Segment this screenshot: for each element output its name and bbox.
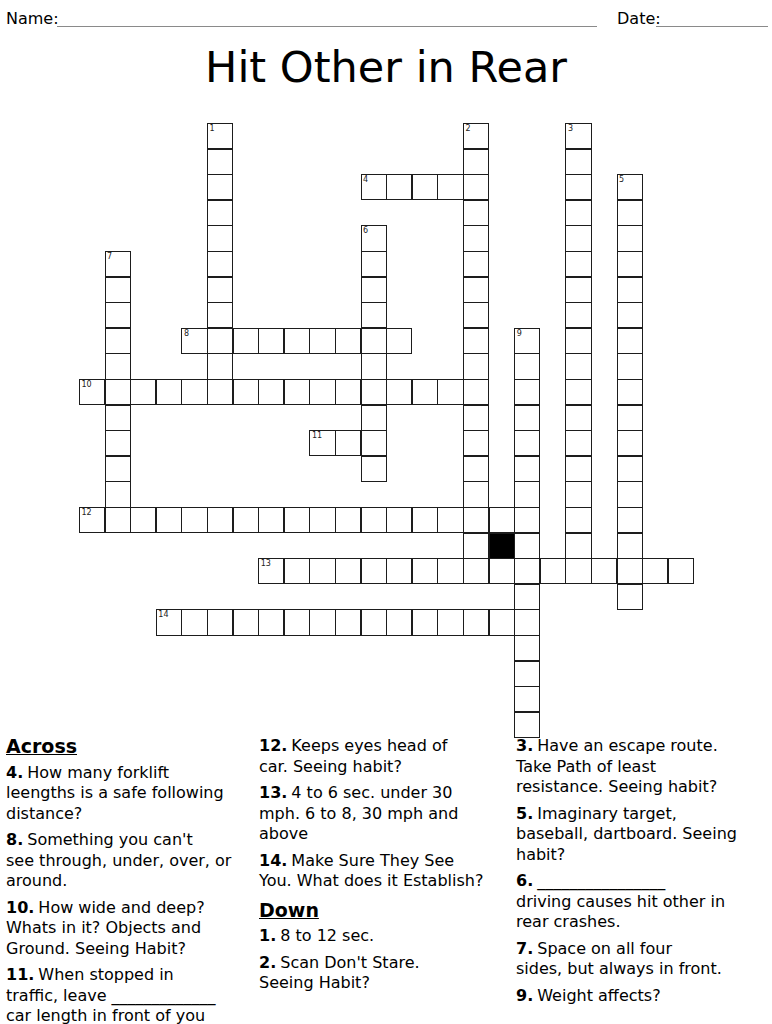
grid-cell[interactable]: 9 xyxy=(514,328,540,354)
grid-cell[interactable] xyxy=(207,379,233,405)
grid-cell[interactable] xyxy=(617,200,643,226)
clue-across-10: 10.How wide and deep? Whats in it? Objec… xyxy=(6,898,258,960)
grid-cell[interactable] xyxy=(617,507,643,533)
clue-text: 8 to 12 sec. xyxy=(280,926,374,945)
grid-cell[interactable] xyxy=(335,379,361,405)
grid-cell[interactable] xyxy=(105,481,131,507)
grid-cell[interactable] xyxy=(386,507,412,533)
grid-cell[interactable] xyxy=(617,533,643,559)
grid-cell[interactable] xyxy=(233,328,259,354)
grid-cell[interactable] xyxy=(463,302,489,328)
clue-across-8: 8.Something you can't see through, under… xyxy=(6,830,258,892)
clue-text: How wide and deep? Whats in it? Objects … xyxy=(6,898,205,958)
grid-cell[interactable]: 3 xyxy=(565,123,591,149)
name-input-line[interactable] xyxy=(57,10,597,27)
grid-cell[interactable] xyxy=(412,174,438,200)
clue-across-13: 13.4 to 6 sec. under 30 mph. 6 to 8, 30 … xyxy=(259,783,514,845)
grid-cell[interactable] xyxy=(565,225,591,251)
clue-down-9: 9.Weight affects? xyxy=(516,986,772,1007)
grid-cell[interactable] xyxy=(565,507,591,533)
grid-cell[interactable] xyxy=(233,507,259,533)
grid-cell[interactable] xyxy=(617,481,643,507)
clue-text: Keeps eyes head of car. Seeing habit? xyxy=(259,736,447,776)
clue-number: 12. xyxy=(259,736,287,755)
grid-cell[interactable]: 4 xyxy=(361,174,387,200)
grid-cell[interactable]: 12 xyxy=(79,507,105,533)
grid-cell[interactable]: 2 xyxy=(463,123,489,149)
grid-cell[interactable] xyxy=(335,558,361,584)
clue-down-7: 7.Space on all four sides, but always in… xyxy=(516,939,772,980)
grid-cell[interactable] xyxy=(105,405,131,431)
clue-number-11: 11 xyxy=(312,431,322,440)
grid-cell[interactable] xyxy=(642,558,668,584)
grid-cell[interactable] xyxy=(105,430,131,456)
grid-cell[interactable] xyxy=(284,328,310,354)
grid-cell[interactable] xyxy=(386,609,412,635)
grid-cell[interactable] xyxy=(309,507,335,533)
grid-cell[interactable] xyxy=(181,507,207,533)
grid-cell[interactable] xyxy=(489,609,515,635)
grid-cell[interactable] xyxy=(617,430,643,456)
grid-cell[interactable] xyxy=(207,302,233,328)
grid-cell[interactable] xyxy=(514,609,540,635)
clue-number-2: 2 xyxy=(466,124,471,133)
grid-cell[interactable] xyxy=(463,456,489,482)
grid-cell[interactable] xyxy=(514,533,540,559)
clue-text: Something you can't see through, under, … xyxy=(6,830,231,890)
clue-number-3: 3 xyxy=(568,124,573,133)
grid-cell[interactable] xyxy=(361,405,387,431)
grid-cell[interactable] xyxy=(412,507,438,533)
grid-cell[interactable] xyxy=(361,507,387,533)
grid-cell[interactable] xyxy=(514,661,540,687)
grid-cell[interactable] xyxy=(617,302,643,328)
grid-cell[interactable] xyxy=(565,481,591,507)
clue-number: 7. xyxy=(516,939,533,958)
clue-down-6: 6.________________ driving causes hit ot… xyxy=(516,871,772,933)
clue-down-3: 3.Have an escape route. Take Path of lea… xyxy=(516,736,772,798)
worksheet-page: Name: Date: Hit Other in Rear 1234567891… xyxy=(0,0,772,1024)
clue-number-9: 9 xyxy=(517,329,522,338)
crossword-grid: 1234567891011121314 xyxy=(79,123,694,738)
grid-cell[interactable] xyxy=(617,405,643,431)
grid-cell[interactable] xyxy=(207,353,233,379)
grid-cell[interactable]: 6 xyxy=(361,225,387,251)
date-input-line[interactable] xyxy=(656,10,768,27)
clue-number: 8. xyxy=(6,830,23,849)
grid-cell[interactable] xyxy=(130,507,156,533)
grid-cell[interactable] xyxy=(514,353,540,379)
grid-cell[interactable] xyxy=(130,379,156,405)
clue-number: 5. xyxy=(516,804,533,823)
grid-cell[interactable] xyxy=(463,353,489,379)
grid-cell[interactable] xyxy=(207,200,233,226)
grid-cell[interactable] xyxy=(361,558,387,584)
grid-cell[interactable] xyxy=(463,558,489,584)
grid-cell[interactable] xyxy=(207,277,233,303)
grid-cell[interactable]: 7 xyxy=(105,251,131,277)
grid-cell[interactable] xyxy=(437,609,463,635)
grid-cell[interactable] xyxy=(463,174,489,200)
clue-across-14: 14.Make Sure They See You. What does it … xyxy=(259,851,514,892)
grid-cell[interactable] xyxy=(105,277,131,303)
grid-cell[interactable]: 1 xyxy=(207,123,233,149)
grid-cell[interactable] xyxy=(591,558,617,584)
grid-cell[interactable] xyxy=(386,174,412,200)
clue-text: Space on all four sides, but always in f… xyxy=(516,939,722,979)
grid-cell[interactable] xyxy=(412,558,438,584)
clue-down-5: 5.Imaginary target, baseball, dartboard.… xyxy=(516,804,772,866)
grid-cell[interactable] xyxy=(361,302,387,328)
clue-number-12: 12 xyxy=(82,508,92,517)
grid-cell[interactable]: 8 xyxy=(181,328,207,354)
clue-across-12: 12.Keeps eyes head of car. Seeing habit? xyxy=(259,736,514,777)
grid-cell[interactable] xyxy=(309,379,335,405)
grid-cell[interactable]: 14 xyxy=(156,609,182,635)
clue-text: ________________ driving causes hit othe… xyxy=(516,871,725,931)
clue-text: Make Sure They See You. What does it Est… xyxy=(259,851,483,891)
grid-cell[interactable] xyxy=(617,277,643,303)
grid-cell[interactable] xyxy=(617,456,643,482)
grid-cell[interactable] xyxy=(617,379,643,405)
grid-cell[interactable] xyxy=(463,328,489,354)
grid-cell[interactable] xyxy=(565,277,591,303)
grid-cell[interactable] xyxy=(463,277,489,303)
grid-cell[interactable] xyxy=(258,507,284,533)
grid-cell[interactable] xyxy=(181,609,207,635)
grid-cell[interactable] xyxy=(207,609,233,635)
grid-cell[interactable] xyxy=(565,558,591,584)
grid-cell[interactable] xyxy=(565,149,591,175)
grid-cell[interactable] xyxy=(514,635,540,661)
grid-cell[interactable] xyxy=(156,507,182,533)
grid-cell[interactable] xyxy=(361,328,387,354)
grid-cell[interactable] xyxy=(514,712,540,738)
grid-cell[interactable] xyxy=(361,430,387,456)
grid-cell[interactable] xyxy=(565,379,591,405)
grid-cell[interactable] xyxy=(514,584,540,610)
clue-down-1: 1.8 to 12 sec. xyxy=(259,926,514,947)
grid-cell[interactable] xyxy=(258,328,284,354)
clue-number-8: 8 xyxy=(184,329,189,338)
grid-cell[interactable] xyxy=(207,251,233,277)
grid-cell[interactable] xyxy=(514,558,540,584)
grid-cell[interactable] xyxy=(463,251,489,277)
clue-text: 4 to 6 sec. under 30 mph. 6 to 8, 30 mph… xyxy=(259,783,458,843)
grid-cell[interactable] xyxy=(335,507,361,533)
grid-cell[interactable] xyxy=(335,609,361,635)
grid-cell[interactable] xyxy=(284,609,310,635)
grid-cell[interactable] xyxy=(565,174,591,200)
grid-cell[interactable] xyxy=(309,558,335,584)
clue-text: Weight affects? xyxy=(537,986,660,1005)
grid-cell[interactable] xyxy=(233,379,259,405)
clue-column-left: Across 4.How many forklift leengths is a… xyxy=(6,736,258,1024)
grid-cell[interactable] xyxy=(284,507,310,533)
grid-cell[interactable] xyxy=(565,430,591,456)
grid-cell[interactable] xyxy=(284,558,310,584)
grid-cell[interactable] xyxy=(207,507,233,533)
grid-cell[interactable]: 13 xyxy=(258,558,284,584)
grid-cell[interactable] xyxy=(565,302,591,328)
grid-cell[interactable] xyxy=(617,251,643,277)
grid-cell[interactable] xyxy=(463,405,489,431)
clue-number-10: 10 xyxy=(82,380,92,389)
grid-cell[interactable] xyxy=(463,149,489,175)
clue-number-6: 6 xyxy=(363,226,368,235)
grid-cell[interactable] xyxy=(258,379,284,405)
grid-cell[interactable] xyxy=(463,533,489,559)
grid-cell[interactable] xyxy=(207,174,233,200)
grid-cell[interactable] xyxy=(105,353,131,379)
clue-number-5: 5 xyxy=(619,175,624,184)
grid-cell[interactable] xyxy=(207,225,233,251)
date-label: Date: xyxy=(617,9,661,28)
grid-cell[interactable] xyxy=(514,686,540,712)
clue-number: 9. xyxy=(516,986,533,1005)
clue-number: 3. xyxy=(516,736,533,755)
grid-cell[interactable] xyxy=(514,456,540,482)
grid-cell[interactable] xyxy=(335,430,361,456)
grid-cell[interactable] xyxy=(361,251,387,277)
grid-cell[interactable] xyxy=(181,379,207,405)
clue-number: 1. xyxy=(259,926,276,945)
grid-cell[interactable] xyxy=(412,609,438,635)
grid-cell[interactable] xyxy=(617,225,643,251)
across-header: Across xyxy=(6,736,258,757)
puzzle-title: Hit Other in Rear xyxy=(0,42,772,92)
clue-number-4: 4 xyxy=(363,175,368,184)
down-header: Down xyxy=(259,900,514,921)
grid-cell[interactable] xyxy=(617,584,643,610)
grid-cell[interactable] xyxy=(463,507,489,533)
clue-text: How many forklift leengths is a safe fol… xyxy=(6,763,224,823)
grid-cell[interactable] xyxy=(514,481,540,507)
grid-cell[interactable] xyxy=(514,379,540,405)
grid-cell[interactable] xyxy=(437,379,463,405)
grid-cell[interactable] xyxy=(335,328,361,354)
grid-cell[interactable] xyxy=(386,379,412,405)
grid-cell[interactable] xyxy=(489,507,515,533)
clue-number: 4. xyxy=(6,763,23,782)
grid-cell[interactable] xyxy=(361,609,387,635)
clue-number-14: 14 xyxy=(158,610,168,619)
clue-column-middle: 12.Keeps eyes head of car. Seeing habit?… xyxy=(259,736,514,1000)
grid-cell[interactable] xyxy=(156,379,182,405)
grid-cell[interactable] xyxy=(514,430,540,456)
grid-cell[interactable] xyxy=(463,481,489,507)
grid-cell[interactable] xyxy=(463,200,489,226)
grid-cell[interactable] xyxy=(540,558,566,584)
grid-cell[interactable] xyxy=(105,456,131,482)
grid-cell[interactable] xyxy=(105,328,131,354)
clue-number: 10. xyxy=(6,898,34,917)
clue-column-right: 3.Have an escape route. Take Path of lea… xyxy=(516,736,772,1012)
grid-cell[interactable] xyxy=(514,507,540,533)
clue-number: 6. xyxy=(516,871,533,890)
grid-cell[interactable]: 5 xyxy=(617,174,643,200)
clue-across-4: 4.How many forklift leengths is a safe f… xyxy=(6,763,258,825)
grid-cell[interactable] xyxy=(463,379,489,405)
grid-cell[interactable] xyxy=(565,405,591,431)
grid-cell[interactable] xyxy=(207,149,233,175)
grid-cell[interactable] xyxy=(105,379,131,405)
grid-cell[interactable] xyxy=(309,609,335,635)
grid-cell[interactable] xyxy=(489,558,515,584)
grid-cell[interactable] xyxy=(361,379,387,405)
grid-cell[interactable] xyxy=(514,405,540,431)
clue-text: When stopped in traffic, leave _________… xyxy=(6,965,216,1024)
grid-cell[interactable] xyxy=(565,353,591,379)
grid-cell[interactable] xyxy=(105,302,131,328)
grid-cell[interactable] xyxy=(437,558,463,584)
grid-cell[interactable] xyxy=(437,174,463,200)
grid-cell[interactable] xyxy=(463,225,489,251)
grid-cell[interactable] xyxy=(361,277,387,303)
clue-number: 2. xyxy=(259,953,276,972)
grid-cell[interactable] xyxy=(565,251,591,277)
clue-number-1: 1 xyxy=(210,124,215,133)
grid-cell[interactable] xyxy=(105,507,131,533)
grid-cell[interactable] xyxy=(386,558,412,584)
clue-number: 14. xyxy=(259,851,287,870)
grid-cell[interactable]: 11 xyxy=(309,430,335,456)
black-cell xyxy=(489,533,515,559)
clue-text: Imaginary target, baseball, dartboard. S… xyxy=(516,804,737,864)
clue-down-2: 2.Scan Don't Stare. Seeing Habit? xyxy=(259,953,514,994)
grid-cell[interactable] xyxy=(258,609,284,635)
grid-cell[interactable] xyxy=(668,558,694,584)
grid-cell[interactable] xyxy=(565,456,591,482)
clue-text: Have an escape route. Take Path of least… xyxy=(516,736,718,796)
grid-cell[interactable] xyxy=(617,353,643,379)
clue-number-7: 7 xyxy=(107,252,112,261)
grid-cell[interactable] xyxy=(565,328,591,354)
grid-cell[interactable] xyxy=(233,609,259,635)
clue-across-11: 11.When stopped in traffic, leave ______… xyxy=(6,965,258,1024)
grid-cell[interactable] xyxy=(284,379,310,405)
grid-cell[interactable] xyxy=(565,533,591,559)
grid-cell[interactable] xyxy=(412,379,438,405)
grid-cell[interactable] xyxy=(437,507,463,533)
grid-cell[interactable] xyxy=(309,328,335,354)
grid-cell[interactable] xyxy=(386,328,412,354)
name-label: Name: xyxy=(6,9,59,28)
clue-text: Scan Don't Stare. Seeing Habit? xyxy=(259,953,420,993)
grid-cell[interactable] xyxy=(617,558,643,584)
grid-cell[interactable] xyxy=(361,353,387,379)
grid-cell[interactable] xyxy=(617,328,643,354)
grid-cell[interactable] xyxy=(463,430,489,456)
grid-cell[interactable] xyxy=(565,200,591,226)
grid-cell[interactable] xyxy=(207,328,233,354)
grid-cell[interactable] xyxy=(463,609,489,635)
clue-number: 13. xyxy=(259,783,287,802)
clue-number: 11. xyxy=(6,965,34,984)
clue-number-13: 13 xyxy=(261,559,271,568)
grid-cell[interactable] xyxy=(361,456,387,482)
grid-cell[interactable]: 10 xyxy=(79,379,105,405)
